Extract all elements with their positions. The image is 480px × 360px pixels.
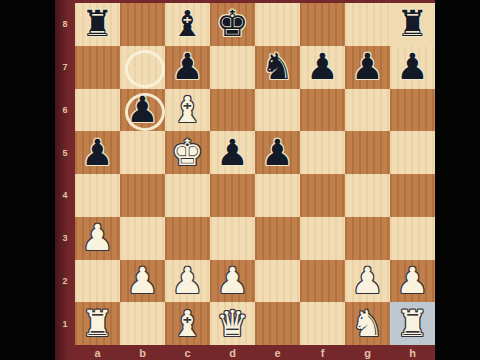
square-c3[interactable] <box>165 217 210 260</box>
video-frame: 87654321 abcdefgh ♜♝♚♜♟♞♟♟♟♟♝♟♚♟♟♟♟♟♟♟♟♜… <box>0 0 480 360</box>
square-g7[interactable]: ♟ <box>345 46 390 89</box>
piece-bP-h7[interactable]: ♟ <box>396 49 428 85</box>
square-g5[interactable] <box>345 131 390 174</box>
piece-bB-c8[interactable]: ♝ <box>171 6 203 42</box>
square-f8[interactable] <box>300 3 345 46</box>
file-label-c: c <box>165 345 210 360</box>
square-d2[interactable]: ♟ <box>210 260 255 303</box>
file-label-h: h <box>390 345 435 360</box>
square-a4[interactable] <box>75 174 120 217</box>
piece-wP-g2[interactable]: ♟ <box>351 263 383 299</box>
square-f6[interactable] <box>300 89 345 132</box>
square-h6[interactable] <box>390 89 435 132</box>
rank-label-4: 4 <box>55 174 75 217</box>
rank-labels: 87654321 <box>55 3 75 345</box>
square-d6[interactable] <box>210 89 255 132</box>
square-d7[interactable] <box>210 46 255 89</box>
piece-bP-d5[interactable]: ♟ <box>216 135 248 171</box>
piece-wK-c5[interactable]: ♚ <box>171 135 203 171</box>
square-f3[interactable] <box>300 217 345 260</box>
square-e5[interactable]: ♟ <box>255 131 300 174</box>
file-label-f: f <box>300 345 345 360</box>
square-d1[interactable]: ♛ <box>210 302 255 345</box>
piece-wQ-d1[interactable]: ♛ <box>216 306 248 342</box>
square-c8[interactable]: ♝ <box>165 3 210 46</box>
piece-wP-c2[interactable]: ♟ <box>171 263 203 299</box>
piece-bR-h8[interactable]: ♜ <box>396 6 428 42</box>
square-c4[interactable] <box>165 174 210 217</box>
square-d3[interactable] <box>210 217 255 260</box>
piece-wN-g1[interactable]: ♞ <box>351 306 383 342</box>
piece-wR-h1[interactable]: ♜ <box>396 306 428 342</box>
file-label-d: d <box>210 345 255 360</box>
square-h7[interactable]: ♟ <box>390 46 435 89</box>
square-g1[interactable]: ♞ <box>345 302 390 345</box>
square-b3[interactable] <box>120 217 165 260</box>
rank-label-3: 3 <box>55 217 75 260</box>
square-a3[interactable]: ♟ <box>75 217 120 260</box>
square-e4[interactable] <box>255 174 300 217</box>
file-label-g: g <box>345 345 390 360</box>
square-a8[interactable]: ♜ <box>75 3 120 46</box>
square-g6[interactable] <box>345 89 390 132</box>
square-a5[interactable]: ♟ <box>75 131 120 174</box>
piece-bP-a5[interactable]: ♟ <box>81 135 113 171</box>
piece-bP-b6[interactable]: ♟ <box>126 92 158 128</box>
piece-bP-c7[interactable]: ♟ <box>171 49 203 85</box>
file-labels: abcdefgh <box>75 345 435 360</box>
square-e2[interactable] <box>255 260 300 303</box>
square-b8[interactable] <box>120 3 165 46</box>
square-h3[interactable] <box>390 217 435 260</box>
square-a1[interactable]: ♜ <box>75 302 120 345</box>
file-label-a: a <box>75 345 120 360</box>
letterbox-left <box>0 0 55 360</box>
circle-annotation-b7 <box>125 50 165 88</box>
rank-label-6: 6 <box>55 89 75 132</box>
square-b6[interactable]: ♟ <box>120 89 165 132</box>
rank-label-5: 5 <box>55 131 75 174</box>
square-b2[interactable]: ♟ <box>120 260 165 303</box>
piece-wR-a1[interactable]: ♜ <box>81 306 113 342</box>
square-d8[interactable]: ♚ <box>210 3 255 46</box>
piece-bK-d8[interactable]: ♚ <box>216 6 248 42</box>
board-frame: 87654321 abcdefgh ♜♝♚♜♟♞♟♟♟♟♝♟♚♟♟♟♟♟♟♟♟♜… <box>55 0 435 360</box>
piece-wB-c6[interactable]: ♝ <box>171 92 203 128</box>
square-f7[interactable]: ♟ <box>300 46 345 89</box>
square-f4[interactable] <box>300 174 345 217</box>
square-g3[interactable] <box>345 217 390 260</box>
square-d4[interactable] <box>210 174 255 217</box>
square-c5[interactable]: ♚ <box>165 131 210 174</box>
piece-bP-g7[interactable]: ♟ <box>351 49 383 85</box>
piece-wP-h2[interactable]: ♟ <box>396 263 428 299</box>
square-c1[interactable]: ♝ <box>165 302 210 345</box>
square-b7[interactable] <box>120 46 165 89</box>
square-h8[interactable]: ♜ <box>390 3 435 46</box>
square-d5[interactable]: ♟ <box>210 131 255 174</box>
square-f5[interactable] <box>300 131 345 174</box>
piece-wP-a3[interactable]: ♟ <box>81 220 113 256</box>
square-h2[interactable]: ♟ <box>390 260 435 303</box>
square-c7[interactable]: ♟ <box>165 46 210 89</box>
square-e7[interactable]: ♞ <box>255 46 300 89</box>
piece-bP-e5[interactable]: ♟ <box>261 135 293 171</box>
piece-wB-c1[interactable]: ♝ <box>171 306 203 342</box>
square-b5[interactable] <box>120 131 165 174</box>
piece-wP-b2[interactable]: ♟ <box>126 263 158 299</box>
rank-label-8: 8 <box>55 3 75 46</box>
square-b1[interactable] <box>120 302 165 345</box>
square-e8[interactable] <box>255 3 300 46</box>
square-e6[interactable] <box>255 89 300 132</box>
square-a6[interactable] <box>75 89 120 132</box>
square-g2[interactable]: ♟ <box>345 260 390 303</box>
square-a7[interactable] <box>75 46 120 89</box>
rank-label-2: 2 <box>55 260 75 303</box>
square-h4[interactable] <box>390 174 435 217</box>
file-label-e: e <box>255 345 300 360</box>
square-e1[interactable] <box>255 302 300 345</box>
rank-label-7: 7 <box>55 46 75 89</box>
square-e3[interactable] <box>255 217 300 260</box>
file-label-b: b <box>120 345 165 360</box>
square-c6[interactable]: ♝ <box>165 89 210 132</box>
chess-board[interactable]: ♜♝♚♜♟♞♟♟♟♟♝♟♚♟♟♟♟♟♟♟♟♜♝♛♞♜ <box>75 3 435 345</box>
piece-wP-d2[interactable]: ♟ <box>216 263 248 299</box>
square-f2[interactable] <box>300 260 345 303</box>
piece-bN-e7[interactable]: ♞ <box>261 49 293 85</box>
letterbox-right <box>435 0 480 360</box>
piece-bP-f7[interactable]: ♟ <box>306 49 338 85</box>
rank-label-1: 1 <box>55 302 75 345</box>
square-a2[interactable] <box>75 260 120 303</box>
square-g8[interactable] <box>345 3 390 46</box>
square-f1[interactable] <box>300 302 345 345</box>
square-b4[interactable] <box>120 174 165 217</box>
piece-bR-a8[interactable]: ♜ <box>81 6 113 42</box>
square-h1[interactable]: ♜ <box>390 302 435 345</box>
square-g4[interactable] <box>345 174 390 217</box>
square-c2[interactable]: ♟ <box>165 260 210 303</box>
square-h5[interactable] <box>390 131 435 174</box>
